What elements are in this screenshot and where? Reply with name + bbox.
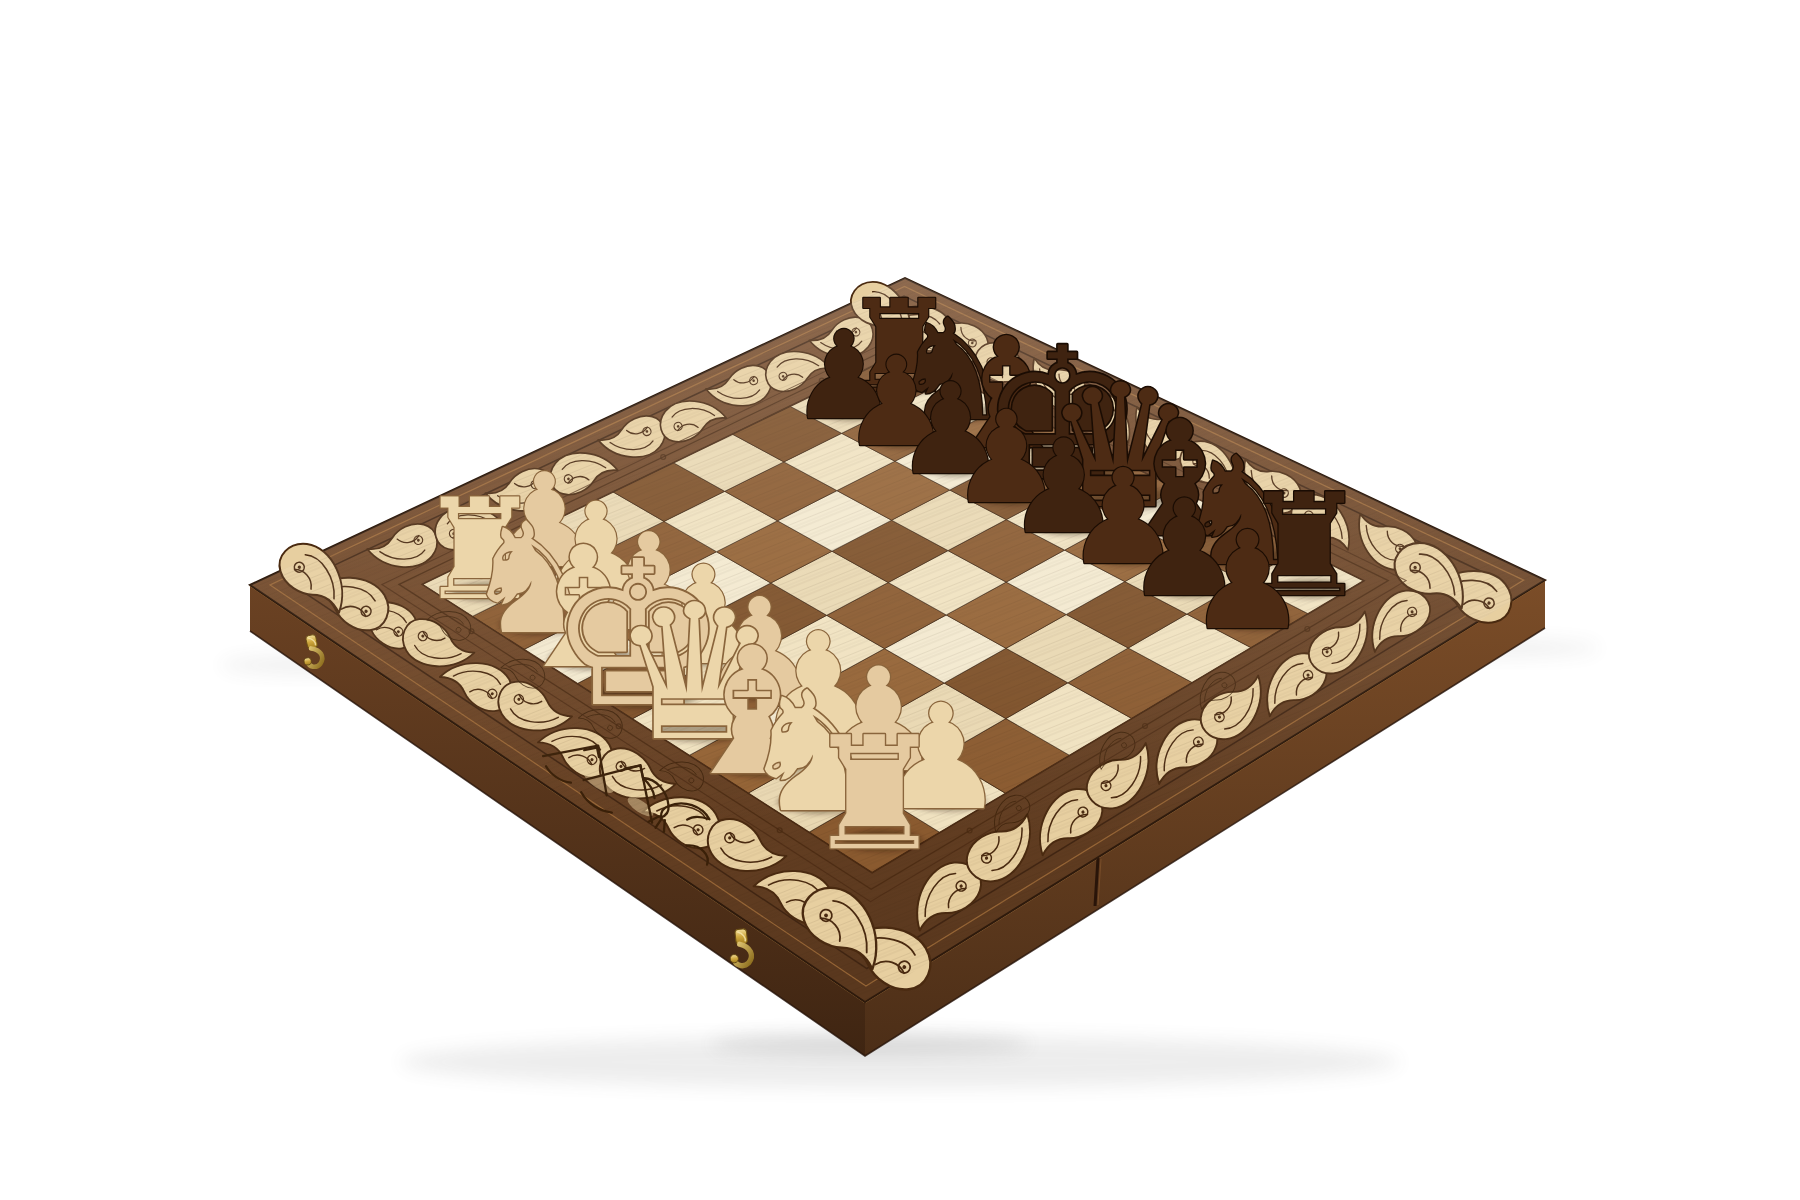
chess-set-photo: ♜♞♟♝♟♚♟♛♟♝♟♞♟♟♜♟♟♜♟♟♞♟♝♟♚♟♛♟♝♞♟♜: [0, 0, 1800, 1200]
product-photo: ♜♞♟♝♟♚♟♛♟♝♟♞♟♟♜♟♟♜♟♟♞♟♝♟♚♟♛♟♝♞♟♜: [0, 0, 1800, 1200]
piece-white-rook-a1[interactable]: ♜: [804, 703, 944, 885]
piece-black-pawn-a7[interactable]: ♟: [1187, 502, 1309, 660]
